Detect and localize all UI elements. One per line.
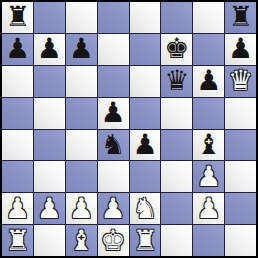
white-pawn-c2: ♟ [69,195,94,223]
black-pawn-d5: ♟ [101,99,126,127]
square-b2[interactable]: ♟ [34,193,65,224]
square-h1[interactable] [225,225,256,256]
square-g5[interactable] [193,98,224,129]
square-f4[interactable] [161,130,192,161]
square-a2[interactable]: ♟ [2,193,33,224]
square-h8[interactable]: ♜ [225,2,256,33]
square-g8[interactable] [193,2,224,33]
square-e2[interactable]: ♞ [130,193,161,224]
square-g2[interactable]: ♟ [193,193,224,224]
square-d8[interactable] [98,2,129,33]
square-b7[interactable]: ♟ [34,34,65,65]
square-b6[interactable] [34,66,65,97]
square-c3[interactable] [66,161,97,192]
square-f8[interactable] [161,2,192,33]
square-a4[interactable] [2,130,33,161]
white-rook-a1: ♜ [5,227,30,255]
square-c5[interactable] [66,98,97,129]
square-b5[interactable] [34,98,65,129]
square-g3[interactable]: ♟ [193,161,224,192]
square-a1[interactable]: ♜ [2,225,33,256]
square-h5[interactable] [225,98,256,129]
square-e1[interactable]: ♜ [130,225,161,256]
square-c1[interactable]: ♝ [66,225,97,256]
square-c6[interactable] [66,66,97,97]
square-c7[interactable]: ♟ [66,34,97,65]
white-pawn-g2: ♟ [196,195,221,223]
square-a8[interactable]: ♜ [2,2,33,33]
square-h4[interactable] [225,130,256,161]
square-a5[interactable] [2,98,33,129]
square-f2[interactable] [161,193,192,224]
square-d7[interactable] [98,34,129,65]
square-e7[interactable] [130,34,161,65]
black-pawn-b7: ♟ [37,35,62,63]
square-c2[interactable]: ♟ [66,193,97,224]
square-b4[interactable] [34,130,65,161]
square-h3[interactable] [225,161,256,192]
square-e3[interactable] [130,161,161,192]
white-bishop-c1: ♝ [69,227,94,255]
white-king-d1: ♚ [101,227,126,255]
black-rook-h8: ♜ [228,3,253,31]
square-g7[interactable] [193,34,224,65]
square-d5[interactable]: ♟ [98,98,129,129]
black-queen-f6: ♛ [164,67,189,95]
square-f7[interactable]: ♚ [161,34,192,65]
square-f5[interactable] [161,98,192,129]
square-h2[interactable] [225,193,256,224]
black-pawn-h7: ♟ [228,35,253,63]
black-knight-d4: ♞ [101,131,126,159]
square-g1[interactable] [193,225,224,256]
square-c4[interactable] [66,130,97,161]
square-f6[interactable]: ♛ [161,66,192,97]
square-d2[interactable]: ♟ [98,193,129,224]
square-h6[interactable]: ♛ [225,66,256,97]
square-d4[interactable]: ♞ [98,130,129,161]
chess-board: ♜♜♟♟♟♚♟♛♟♛♟♞♟♝♟♟♟♟♟♞♟♜♝♚♜ [0,0,258,258]
square-g6[interactable]: ♟ [193,66,224,97]
square-e5[interactable] [130,98,161,129]
square-b8[interactable] [34,2,65,33]
white-knight-e2: ♞ [132,195,157,223]
black-pawn-g6: ♟ [196,67,221,95]
white-queen-h6: ♛ [228,67,253,95]
white-pawn-g3: ♟ [196,163,221,191]
black-king-f7: ♚ [164,35,189,63]
board-grid: ♜♜♟♟♟♚♟♛♟♛♟♞♟♝♟♟♟♟♟♞♟♜♝♚♜ [2,2,256,256]
black-pawn-e4: ♟ [132,131,157,159]
square-h7[interactable]: ♟ [225,34,256,65]
square-e6[interactable] [130,66,161,97]
square-d3[interactable] [98,161,129,192]
square-d1[interactable]: ♚ [98,225,129,256]
square-b3[interactable] [34,161,65,192]
square-e8[interactable] [130,2,161,33]
black-rook-a8: ♜ [5,3,30,31]
square-g4[interactable]: ♝ [193,130,224,161]
square-f3[interactable] [161,161,192,192]
black-pawn-c7: ♟ [69,35,94,63]
square-a3[interactable] [2,161,33,192]
square-e4[interactable]: ♟ [130,130,161,161]
white-pawn-d2: ♟ [101,195,126,223]
square-a7[interactable]: ♟ [2,34,33,65]
black-bishop-g4: ♝ [196,131,221,159]
white-rook-e1: ♜ [132,227,157,255]
white-pawn-a2: ♟ [5,195,30,223]
square-a6[interactable] [2,66,33,97]
white-pawn-b2: ♟ [37,195,62,223]
square-b1[interactable] [34,225,65,256]
square-f1[interactable] [161,225,192,256]
black-pawn-a7: ♟ [5,35,30,63]
square-d6[interactable] [98,66,129,97]
square-c8[interactable] [66,2,97,33]
